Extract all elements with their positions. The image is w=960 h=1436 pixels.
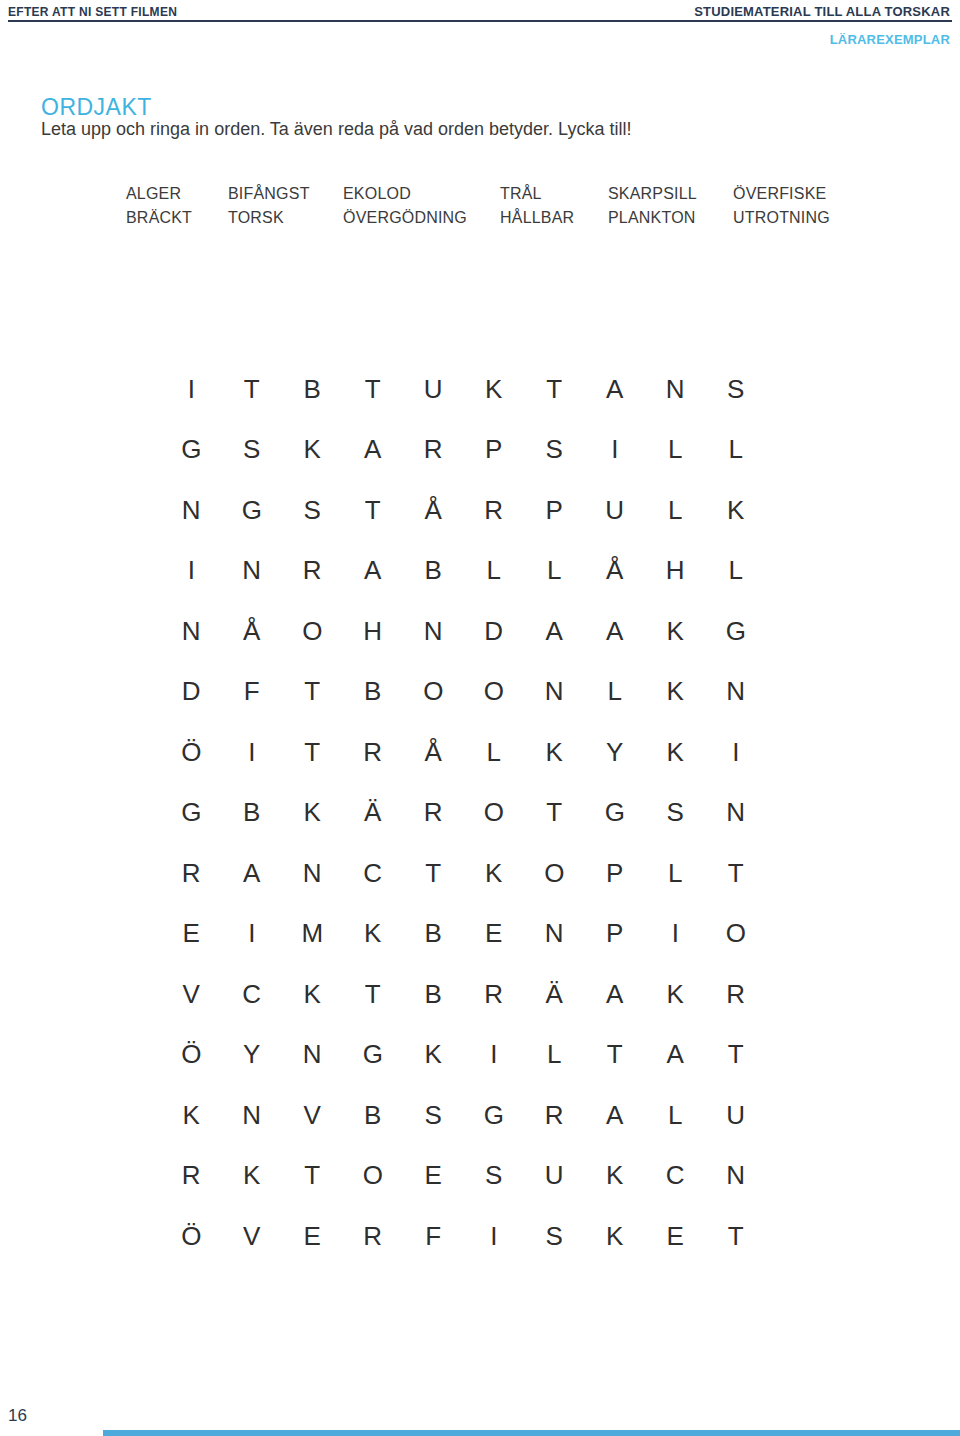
grid-cell: N	[282, 1025, 343, 1086]
grid-cell: I	[645, 904, 706, 965]
grid-cell: N	[524, 904, 585, 965]
grid-cell: S	[464, 1146, 525, 1207]
grid-cell: T	[282, 662, 343, 723]
grid-cell: A	[343, 541, 404, 602]
grid-cell: N	[645, 359, 706, 420]
grid-cell: R	[343, 1206, 404, 1267]
grid-cell: T	[282, 722, 343, 783]
grid-cell: R	[706, 964, 767, 1025]
grid-cell: A	[585, 359, 646, 420]
document-page: EFTER ATT NI SETT FILMEN STUDIEMATERIAL …	[0, 0, 960, 1436]
grid-cell: K	[585, 1146, 646, 1207]
grid-cell: B	[222, 783, 283, 844]
grid-cell: S	[645, 783, 706, 844]
grid-cell: B	[403, 541, 464, 602]
grid-cell: A	[585, 1085, 646, 1146]
grid-cell: N	[706, 783, 767, 844]
grid-cell: E	[161, 904, 222, 965]
word-list-item: ÖVERFISKE	[733, 185, 826, 203]
grid-cell: K	[161, 1085, 222, 1146]
grid-cell: N	[222, 1085, 283, 1146]
grid-cell: B	[282, 359, 343, 420]
grid-cell: B	[343, 1085, 404, 1146]
footer-accent-bar	[103, 1430, 960, 1436]
word-list-item: PLANKTON	[608, 209, 696, 227]
grid-cell: K	[524, 722, 585, 783]
grid-cell: U	[706, 1085, 767, 1146]
grid-cell: V	[161, 964, 222, 1025]
grid-cell: Å	[222, 601, 283, 662]
grid-cell: D	[161, 662, 222, 723]
grid-cell: R	[282, 541, 343, 602]
grid-cell: S	[524, 1206, 585, 1267]
grid-cell: O	[464, 662, 525, 723]
grid-cell: I	[222, 904, 283, 965]
grid-cell: Y	[585, 722, 646, 783]
grid-cell: I	[464, 1025, 525, 1086]
grid-cell: L	[706, 541, 767, 602]
word-list-item: TORSK	[228, 209, 284, 227]
grid-cell: K	[343, 904, 404, 965]
grid-cell: K	[464, 843, 525, 904]
grid-cell: N	[403, 601, 464, 662]
grid-cell: N	[706, 662, 767, 723]
grid-cell: L	[524, 541, 585, 602]
grid-cell: G	[343, 1025, 404, 1086]
grid-cell: R	[464, 480, 525, 541]
grid-cell: P	[524, 480, 585, 541]
grid-cell: I	[706, 722, 767, 783]
grid-cell: G	[706, 601, 767, 662]
grid-cell: A	[585, 601, 646, 662]
grid-cell: T	[706, 843, 767, 904]
grid-cell: K	[282, 964, 343, 1025]
grid-cell: K	[282, 783, 343, 844]
grid-cell: K	[706, 480, 767, 541]
grid-cell: Ö	[161, 722, 222, 783]
grid-cell: V	[222, 1206, 283, 1267]
grid-cell: K	[645, 662, 706, 723]
grid-cell: U	[403, 359, 464, 420]
grid-cell: I	[161, 359, 222, 420]
grid-cell: Ö	[161, 1025, 222, 1086]
grid-cell: D	[464, 601, 525, 662]
grid-cell: M	[282, 904, 343, 965]
grid-cell: Å	[403, 722, 464, 783]
grid-cell: R	[524, 1085, 585, 1146]
grid-cell: T	[585, 1025, 646, 1086]
grid-cell: N	[222, 541, 283, 602]
grid-cell: Y	[222, 1025, 283, 1086]
grid-cell: E	[464, 904, 525, 965]
grid-cell: T	[524, 359, 585, 420]
word-list-item: BIFÅNGST	[228, 185, 310, 203]
grid-cell: P	[585, 904, 646, 965]
word-list-item: HÅLLBAR	[500, 209, 574, 227]
grid-cell: A	[222, 843, 283, 904]
grid-cell: B	[403, 904, 464, 965]
word-list-item: SKARPSILL	[608, 185, 697, 203]
grid-cell: L	[524, 1025, 585, 1086]
grid-cell: G	[222, 480, 283, 541]
grid-cell: K	[282, 420, 343, 481]
grid-cell: N	[161, 480, 222, 541]
grid-cell: F	[403, 1206, 464, 1267]
grid-cell: O	[282, 601, 343, 662]
grid-cell: N	[282, 843, 343, 904]
grid-cell: I	[222, 722, 283, 783]
grid-cell: L	[706, 420, 767, 481]
grid-cell: A	[524, 601, 585, 662]
grid-cell: T	[343, 359, 404, 420]
grid-cell: R	[464, 964, 525, 1025]
grid-cell: A	[343, 420, 404, 481]
instructions-text: Leta upp och ringa in orden. Ta även red…	[41, 119, 631, 140]
grid-cell: L	[464, 541, 525, 602]
grid-cell: Ä	[524, 964, 585, 1025]
grid-cell: Å	[585, 541, 646, 602]
grid-cell: G	[161, 420, 222, 481]
grid-cell: R	[161, 1146, 222, 1207]
grid-cell: T	[343, 480, 404, 541]
grid-cell: H	[343, 601, 404, 662]
grid-cell: R	[343, 722, 404, 783]
grid-cell: C	[343, 843, 404, 904]
word-list-item: TRÅL	[500, 185, 542, 203]
grid-cell: K	[403, 1025, 464, 1086]
grid-cell: I	[161, 541, 222, 602]
grid-cell: O	[464, 783, 525, 844]
grid-cell: U	[585, 480, 646, 541]
grid-cell: R	[403, 783, 464, 844]
grid-cell: N	[161, 601, 222, 662]
grid-cell: O	[706, 904, 767, 965]
grid-cell: S	[524, 420, 585, 481]
grid-cell: K	[645, 722, 706, 783]
grid-cell: S	[403, 1085, 464, 1146]
grid-cell: T	[524, 783, 585, 844]
grid-cell: H	[645, 541, 706, 602]
word-list-item: ÖVERGÖDNING	[343, 209, 467, 227]
grid-cell: G	[585, 783, 646, 844]
grid-cell: S	[222, 420, 283, 481]
grid-cell: B	[403, 964, 464, 1025]
grid-cell: L	[645, 420, 706, 481]
grid-cell: O	[524, 843, 585, 904]
grid-cell: E	[403, 1146, 464, 1207]
grid-cell: K	[585, 1206, 646, 1267]
grid-cell: N	[524, 662, 585, 723]
grid-cell: G	[161, 783, 222, 844]
grid-cell: A	[585, 964, 646, 1025]
grid-cell: E	[645, 1206, 706, 1267]
grid-cell: I	[464, 1206, 525, 1267]
grid-cell: T	[403, 843, 464, 904]
word-list-item: ALGER	[126, 185, 181, 203]
grid-cell: T	[343, 964, 404, 1025]
grid-cell: O	[403, 662, 464, 723]
grid-cell: E	[282, 1206, 343, 1267]
page-number: 16	[8, 1406, 27, 1426]
grid-cell: I	[585, 420, 646, 481]
grid-cell: T	[706, 1025, 767, 1086]
grid-cell: K	[645, 601, 706, 662]
grid-cell: P	[464, 420, 525, 481]
grid-cell: R	[161, 843, 222, 904]
word-list-item: UTROTNING	[733, 209, 830, 227]
grid-cell: Å	[403, 480, 464, 541]
grid-cell: U	[524, 1146, 585, 1207]
grid-cell: P	[585, 843, 646, 904]
word-list-item: EKOLOD	[343, 185, 411, 203]
grid-cell: K	[464, 359, 525, 420]
word-search-grid: ITBTUKTANSGSKARPSILLNGSTÅRPULKINRABLLÅHL…	[161, 359, 766, 1267]
grid-cell: C	[222, 964, 283, 1025]
grid-cell: Ä	[343, 783, 404, 844]
word-list: ALGERBIFÅNGSTEKOLODTRÅLSKARPSILLÖVERFISK…	[0, 0, 960, 60]
grid-cell: T	[222, 359, 283, 420]
grid-cell: A	[645, 1025, 706, 1086]
grid-cell: L	[464, 722, 525, 783]
grid-cell: T	[282, 1146, 343, 1207]
grid-cell: F	[222, 662, 283, 723]
grid-cell: O	[343, 1146, 404, 1207]
grid-cell: R	[403, 420, 464, 481]
grid-cell: G	[464, 1085, 525, 1146]
grid-cell: K	[222, 1146, 283, 1207]
grid-cell: L	[645, 480, 706, 541]
grid-cell: T	[706, 1206, 767, 1267]
grid-cell: L	[645, 843, 706, 904]
grid-cell: L	[645, 1085, 706, 1146]
grid-cell: C	[645, 1146, 706, 1207]
grid-cell: B	[343, 662, 404, 723]
grid-cell: S	[282, 480, 343, 541]
grid-cell: K	[645, 964, 706, 1025]
grid-cell: L	[585, 662, 646, 723]
grid-cell: S	[706, 359, 767, 420]
grid-cell: N	[706, 1146, 767, 1207]
grid-cell: V	[282, 1085, 343, 1146]
word-list-item: BRÄCKT	[126, 209, 192, 227]
page-title: ORDJAKT	[41, 94, 152, 121]
grid-cell: Ö	[161, 1206, 222, 1267]
